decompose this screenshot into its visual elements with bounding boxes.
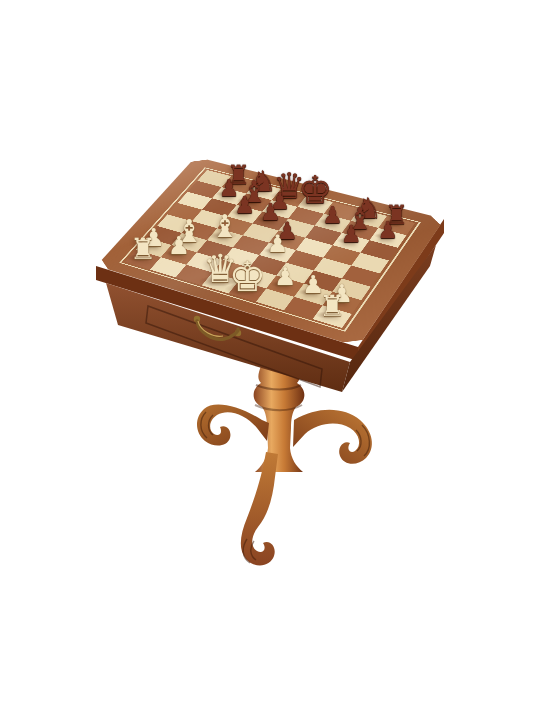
table-base: [0, 0, 540, 720]
chess-table-photo: ♜♞♟♛♝♚♟♟♞♟♟♜♝♟♝♟♝♟♟♟♟♜♛♟♚♟♟♜: [0, 0, 540, 720]
table-leg-left: [197, 405, 269, 446]
